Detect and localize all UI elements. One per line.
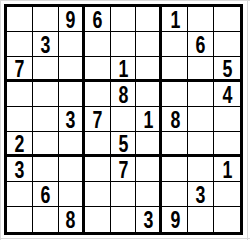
cell-r8c7[interactable] xyxy=(162,182,188,207)
sudoku-board: 961367158437182537163839 xyxy=(4,4,243,235)
cell-r6c5[interactable]: 5 xyxy=(111,132,137,157)
spreadsheet-edge-line-bottom xyxy=(0,238,250,239)
given-digit: 8 xyxy=(118,82,127,107)
cell-r8c5[interactable] xyxy=(111,182,137,207)
cell-r3c7[interactable] xyxy=(162,57,188,82)
cell-r2c7[interactable] xyxy=(162,32,188,57)
cell-r8c4[interactable] xyxy=(85,182,111,207)
cell-r2c8[interactable]: 6 xyxy=(188,32,214,57)
cell-r9c3[interactable]: 8 xyxy=(59,207,85,232)
cell-r7c6[interactable] xyxy=(136,157,162,182)
cell-r2c1[interactable] xyxy=(7,32,33,57)
cell-r1c4[interactable]: 6 xyxy=(85,7,111,32)
cell-r5c6[interactable]: 1 xyxy=(136,107,162,132)
given-digit: 9 xyxy=(66,7,75,32)
cell-r4c7[interactable] xyxy=(162,82,188,107)
given-digit: 6 xyxy=(196,32,205,57)
cell-r7c5[interactable]: 7 xyxy=(111,157,137,182)
cell-r6c9[interactable] xyxy=(214,132,240,157)
cell-r1c8[interactable] xyxy=(188,7,214,32)
given-digit: 3 xyxy=(143,207,152,232)
cell-r1c6[interactable] xyxy=(136,7,162,32)
cell-r6c1[interactable]: 2 xyxy=(7,132,33,157)
cell-r5c4[interactable]: 7 xyxy=(85,107,111,132)
cell-r7c4[interactable] xyxy=(85,157,111,182)
given-digit: 1 xyxy=(170,7,179,32)
given-digit: 5 xyxy=(222,57,231,81)
cell-r6c8[interactable] xyxy=(188,132,214,157)
cell-r3c5[interactable]: 1 xyxy=(111,57,137,82)
given-digit: 3 xyxy=(41,32,50,57)
cell-r5c8[interactable] xyxy=(188,107,214,132)
cell-r2c6[interactable] xyxy=(136,32,162,57)
cell-r1c2[interactable] xyxy=(33,7,59,32)
cell-r2c3[interactable] xyxy=(59,32,85,57)
given-digit: 1 xyxy=(222,157,231,182)
given-digit: 1 xyxy=(118,57,127,81)
given-digit: 5 xyxy=(118,132,127,156)
cell-r8c2[interactable]: 6 xyxy=(33,182,59,207)
cell-r7c7[interactable] xyxy=(162,157,188,182)
cell-r6c3[interactable] xyxy=(59,132,85,157)
cell-r4c2[interactable] xyxy=(33,82,59,107)
cell-r9c2[interactable] xyxy=(33,207,59,232)
cell-r6c4[interactable] xyxy=(85,132,111,157)
cell-r7c1[interactable]: 3 xyxy=(7,157,33,182)
cell-r4c4[interactable] xyxy=(85,82,111,107)
cell-r8c8[interactable]: 3 xyxy=(188,182,214,207)
cell-r9c8[interactable] xyxy=(188,207,214,232)
cell-r8c3[interactable] xyxy=(59,182,85,207)
cell-r2c9[interactable] xyxy=(214,32,240,57)
cell-r3c1[interactable]: 7 xyxy=(7,57,33,82)
cell-r3c3[interactable] xyxy=(59,57,85,82)
cell-r9c5[interactable] xyxy=(111,207,137,232)
given-digit: 1 xyxy=(143,107,152,132)
cell-r1c3[interactable]: 9 xyxy=(59,7,85,32)
cell-r9c4[interactable] xyxy=(85,207,111,232)
given-digit: 8 xyxy=(170,107,179,132)
given-digit: 3 xyxy=(66,107,75,132)
cell-r6c6[interactable] xyxy=(136,132,162,157)
given-digit: 3 xyxy=(15,157,24,182)
cell-r9c9[interactable] xyxy=(214,207,240,232)
cell-r5c5[interactable] xyxy=(111,107,137,132)
cell-r4c1[interactable] xyxy=(7,82,33,107)
cell-r8c1[interactable] xyxy=(7,182,33,207)
given-digit: 7 xyxy=(93,107,102,132)
given-digit: 9 xyxy=(170,207,179,232)
spreadsheet-edge-line-right xyxy=(247,0,248,240)
given-digit: 7 xyxy=(118,157,127,182)
cell-r8c9[interactable] xyxy=(214,182,240,207)
cell-r5c7[interactable]: 8 xyxy=(162,107,188,132)
cell-r4c8[interactable] xyxy=(188,82,214,107)
cell-r3c6[interactable] xyxy=(136,57,162,82)
cell-r9c6[interactable]: 3 xyxy=(136,207,162,232)
cell-r7c3[interactable] xyxy=(59,157,85,182)
cell-r6c7[interactable] xyxy=(162,132,188,157)
given-digit: 2 xyxy=(15,132,24,156)
cell-r3c2[interactable] xyxy=(33,57,59,82)
cell-r7c9[interactable]: 1 xyxy=(214,157,240,182)
given-digit: 6 xyxy=(93,7,102,32)
given-digit: 6 xyxy=(41,182,50,207)
cell-r3c4[interactable] xyxy=(85,57,111,82)
cell-r4c3[interactable] xyxy=(59,82,85,107)
cell-r2c4[interactable] xyxy=(85,32,111,57)
given-digit: 7 xyxy=(15,57,24,81)
cell-r5c9[interactable] xyxy=(214,107,240,132)
spreadsheet-edge-line-left xyxy=(0,0,1,240)
cell-r3c9[interactable]: 5 xyxy=(214,57,240,82)
cell-r1c1[interactable] xyxy=(7,7,33,32)
cell-r6c2[interactable] xyxy=(33,132,59,157)
given-digit: 4 xyxy=(222,82,231,107)
cell-r5c3[interactable]: 3 xyxy=(59,107,85,132)
cell-r5c1[interactable] xyxy=(7,107,33,132)
cell-r4c6[interactable] xyxy=(136,82,162,107)
cell-r3c8[interactable] xyxy=(188,57,214,82)
cell-r1c9[interactable] xyxy=(214,7,240,32)
cell-r8c6[interactable] xyxy=(136,182,162,207)
given-digit: 8 xyxy=(66,207,75,232)
cell-r2c5[interactable] xyxy=(111,32,137,57)
cell-r1c7[interactable]: 1 xyxy=(162,7,188,32)
cell-r9c7[interactable]: 9 xyxy=(162,207,188,232)
cell-r1c5[interactable] xyxy=(111,7,137,32)
cell-r2c2[interactable]: 3 xyxy=(33,32,59,57)
cell-r7c8[interactable] xyxy=(188,157,214,182)
cell-r7c2[interactable] xyxy=(33,157,59,182)
cell-r9c1[interactable] xyxy=(7,207,33,232)
spreadsheet-edge-line-top xyxy=(0,0,250,1)
cell-r5c2[interactable] xyxy=(33,107,59,132)
cell-r4c9[interactable]: 4 xyxy=(214,82,240,107)
given-digit: 3 xyxy=(196,182,205,207)
cell-r4c5[interactable]: 8 xyxy=(111,82,137,107)
